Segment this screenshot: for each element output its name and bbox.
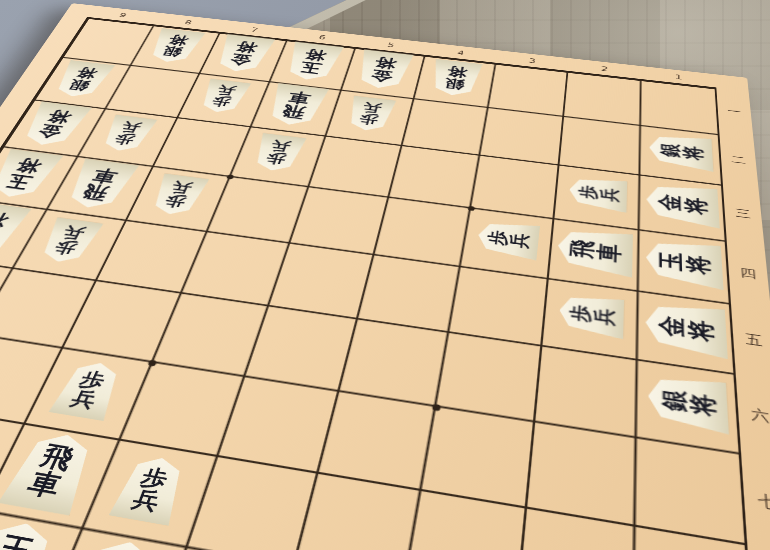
piece-kanji: 兵 bbox=[269, 139, 292, 153]
piece-kanji: 将 bbox=[373, 56, 397, 71]
piece-kanji: 将 bbox=[303, 48, 328, 62]
piece-kanji: 玉 bbox=[298, 61, 323, 76]
piece-kanji: 将 bbox=[13, 157, 45, 175]
file-label: 9 bbox=[118, 11, 128, 18]
piece-kanji: 金 bbox=[0, 228, 1, 249]
piece-kanji: 歩 bbox=[112, 133, 136, 147]
shogi-photo-scene: { "game": "shogi", "scene_note": "Overhe… bbox=[0, 0, 770, 550]
rank-label: 四 bbox=[739, 265, 756, 281]
piece-kanji: 歩 bbox=[210, 96, 232, 109]
rank-label: 一 bbox=[727, 106, 742, 118]
piece-kanji: 将 bbox=[74, 66, 100, 80]
rank-label: 七 bbox=[757, 490, 770, 514]
piece-kanji: 兵 bbox=[591, 307, 614, 327]
piece-kanji: 将 bbox=[688, 391, 717, 417]
piece-kanji: 銀 bbox=[160, 45, 185, 58]
piece-kanji: 将 bbox=[166, 34, 190, 47]
piece-kanji: 兵 bbox=[215, 85, 237, 98]
piece-kanji: 車 bbox=[595, 242, 622, 263]
piece-kanji: 金 bbox=[228, 53, 254, 67]
piece-kanji: 兵 bbox=[60, 225, 87, 242]
file-label: 6 bbox=[318, 33, 327, 41]
piece-kanji: 将 bbox=[234, 41, 260, 55]
piece-kanji: 兵 bbox=[361, 102, 382, 115]
piece-kanji: 兵 bbox=[130, 487, 163, 513]
piece-kanji: 将 bbox=[681, 145, 704, 161]
board-grid[interactable] bbox=[0, 17, 763, 550]
piece-kanji: 王 bbox=[0, 532, 37, 550]
piece-kanji: 将 bbox=[684, 254, 711, 276]
piece-kanji: 兵 bbox=[507, 232, 530, 249]
piece-kanji: 金 bbox=[656, 193, 681, 212]
piece-kanji: 歩 bbox=[568, 303, 591, 323]
star-point bbox=[147, 360, 157, 367]
piece-kanji: 車 bbox=[24, 469, 65, 500]
piece-kanji: 将 bbox=[446, 65, 468, 79]
piece-kanji: 歩 bbox=[486, 229, 509, 246]
piece-kanji: 車 bbox=[286, 90, 312, 106]
star-point bbox=[468, 205, 476, 211]
piece-kanji: 銀 bbox=[443, 77, 466, 91]
piece-kanji: 銀 bbox=[659, 387, 687, 413]
piece-kanji: 飛 bbox=[80, 183, 112, 202]
piece-kanji: 兵 bbox=[598, 187, 619, 203]
piece-kanji: 玉 bbox=[657, 250, 684, 272]
piece-kanji: 将 bbox=[686, 318, 715, 343]
piece-kanji: 飛 bbox=[568, 238, 595, 259]
piece-kanji: 歩 bbox=[264, 152, 287, 167]
file-label: 3 bbox=[528, 56, 536, 64]
piece-kanji: 車 bbox=[89, 167, 120, 185]
star-point bbox=[432, 404, 441, 412]
piece-kanji: 兵 bbox=[69, 388, 100, 411]
piece-kanji: 兵 bbox=[169, 180, 194, 195]
piece-kanji: 歩 bbox=[358, 113, 379, 126]
piece-kanji: 金 bbox=[369, 69, 394, 84]
piece-kanji: 歩 bbox=[577, 184, 598, 200]
piece-kanji: 飛 bbox=[280, 104, 307, 120]
shogi-board: 987654321一二三四五六七八九 銀将金将玉将金将銀将歩兵飛車歩兵歩兵銀将金… bbox=[0, 3, 770, 550]
piece-kanji: 将 bbox=[0, 210, 12, 230]
piece-kanji: 兵 bbox=[119, 121, 143, 135]
file-label: 1 bbox=[675, 73, 682, 81]
piece-kanji: 将 bbox=[44, 109, 74, 125]
piece-kanji: 銀 bbox=[66, 79, 93, 93]
file-label: 7 bbox=[250, 26, 260, 34]
file-label: 8 bbox=[183, 18, 193, 25]
star-point bbox=[226, 174, 234, 179]
piece-kanji: 玉 bbox=[2, 173, 34, 192]
rank-label: 二 bbox=[731, 154, 746, 167]
rank-label: 六 bbox=[750, 405, 770, 426]
piece-kanji: 金 bbox=[35, 123, 65, 140]
piece-kanji: 銀 bbox=[658, 142, 680, 158]
file-label: 4 bbox=[457, 49, 465, 57]
file-label: 2 bbox=[601, 64, 609, 72]
file-label: 5 bbox=[387, 41, 396, 49]
rank-label: 三 bbox=[735, 206, 751, 221]
rank-label: 五 bbox=[745, 331, 763, 349]
piece-kanji: 金 bbox=[657, 314, 685, 338]
piece-kanji: 将 bbox=[682, 196, 708, 216]
